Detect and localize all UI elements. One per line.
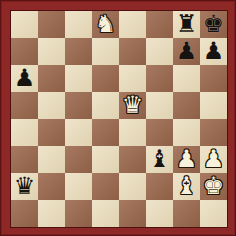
board-frame: ♞♜♚♟♟♟♛♝♟♟♛♝♚	[0, 0, 236, 236]
square-c7[interactable]	[65, 38, 92, 65]
square-d6[interactable]	[92, 65, 119, 92]
square-b7[interactable]	[38, 38, 65, 65]
square-d5[interactable]	[92, 92, 119, 119]
square-f8[interactable]	[146, 11, 173, 38]
square-a5[interactable]	[11, 92, 38, 119]
square-e1[interactable]	[119, 200, 146, 227]
square-a1[interactable]	[11, 200, 38, 227]
piece-black-pawn[interactable]: ♟	[14, 65, 36, 92]
chess-diagram: ♞♜♚♟♟♟♛♝♟♟♛♝♚	[0, 0, 236, 236]
piece-white-bishop[interactable]: ♝	[176, 173, 198, 200]
square-d4[interactable]	[92, 119, 119, 146]
square-h2[interactable]: ♚	[200, 173, 227, 200]
square-g6[interactable]	[173, 65, 200, 92]
square-h1[interactable]	[200, 200, 227, 227]
square-h6[interactable]	[200, 65, 227, 92]
square-g3[interactable]: ♟	[173, 146, 200, 173]
square-a3[interactable]	[11, 146, 38, 173]
square-e5[interactable]: ♛	[119, 92, 146, 119]
square-a2[interactable]: ♛	[11, 173, 38, 200]
square-d1[interactable]	[92, 200, 119, 227]
square-e6[interactable]	[119, 65, 146, 92]
square-e2[interactable]	[119, 173, 146, 200]
square-f1[interactable]	[146, 200, 173, 227]
piece-black-queen[interactable]: ♛	[14, 173, 36, 200]
square-h4[interactable]	[200, 119, 227, 146]
square-c3[interactable]	[65, 146, 92, 173]
square-c4[interactable]	[65, 119, 92, 146]
square-g2[interactable]: ♝	[173, 173, 200, 200]
square-b1[interactable]	[38, 200, 65, 227]
square-f6[interactable]	[146, 65, 173, 92]
piece-black-king[interactable]: ♚	[203, 11, 225, 38]
square-b3[interactable]	[38, 146, 65, 173]
square-e4[interactable]	[119, 119, 146, 146]
square-a6[interactable]: ♟	[11, 65, 38, 92]
square-b5[interactable]	[38, 92, 65, 119]
square-d7[interactable]	[92, 38, 119, 65]
square-c2[interactable]	[65, 173, 92, 200]
square-e3[interactable]	[119, 146, 146, 173]
square-f2[interactable]	[146, 173, 173, 200]
piece-white-pawn[interactable]: ♟	[203, 146, 225, 173]
square-f4[interactable]	[146, 119, 173, 146]
square-a8[interactable]	[11, 11, 38, 38]
square-e8[interactable]	[119, 11, 146, 38]
square-b8[interactable]	[38, 11, 65, 38]
square-d2[interactable]	[92, 173, 119, 200]
square-g7[interactable]: ♟	[173, 38, 200, 65]
square-b4[interactable]	[38, 119, 65, 146]
piece-black-pawn[interactable]: ♟	[203, 38, 225, 65]
square-f3[interactable]: ♝	[146, 146, 173, 173]
square-e7[interactable]	[119, 38, 146, 65]
chess-board: ♞♜♚♟♟♟♛♝♟♟♛♝♚	[10, 10, 228, 228]
square-g1[interactable]	[173, 200, 200, 227]
piece-white-pawn[interactable]: ♟	[176, 146, 198, 173]
square-a4[interactable]	[11, 119, 38, 146]
piece-black-rook[interactable]: ♜	[176, 11, 198, 38]
square-h3[interactable]: ♟	[200, 146, 227, 173]
square-h8[interactable]: ♚	[200, 11, 227, 38]
square-a7[interactable]	[11, 38, 38, 65]
square-b2[interactable]	[38, 173, 65, 200]
square-g8[interactable]: ♜	[173, 11, 200, 38]
piece-white-knight[interactable]: ♞	[95, 11, 117, 38]
piece-white-queen[interactable]: ♛	[122, 92, 144, 119]
square-f7[interactable]	[146, 38, 173, 65]
square-g4[interactable]	[173, 119, 200, 146]
square-c5[interactable]	[65, 92, 92, 119]
square-g5[interactable]	[173, 92, 200, 119]
square-c6[interactable]	[65, 65, 92, 92]
square-c8[interactable]	[65, 11, 92, 38]
square-b6[interactable]	[38, 65, 65, 92]
square-d3[interactable]	[92, 146, 119, 173]
square-h7[interactable]: ♟	[200, 38, 227, 65]
piece-white-king[interactable]: ♚	[203, 173, 225, 200]
square-c1[interactable]	[65, 200, 92, 227]
square-f5[interactable]	[146, 92, 173, 119]
piece-black-bishop[interactable]: ♝	[149, 146, 171, 173]
piece-black-pawn[interactable]: ♟	[176, 38, 198, 65]
square-d8[interactable]: ♞	[92, 11, 119, 38]
square-h5[interactable]	[200, 92, 227, 119]
